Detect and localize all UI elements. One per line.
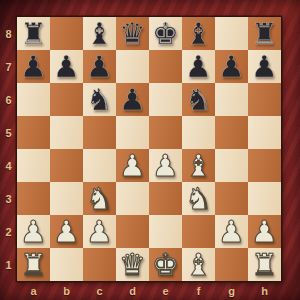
square-b4[interactable] <box>50 149 83 182</box>
square-a6[interactable] <box>17 83 50 116</box>
square-a3[interactable] <box>17 182 50 215</box>
file-label-d: d <box>116 281 149 300</box>
square-b5[interactable] <box>50 116 83 149</box>
square-c3[interactable]: ♞ <box>83 182 116 215</box>
square-f4[interactable]: ♝ <box>182 149 215 182</box>
piece-white-pawn-h2[interactable]: ♟ <box>251 215 278 248</box>
square-h8[interactable]: ♜ <box>248 17 281 50</box>
square-a1[interactable]: ♜ <box>17 248 50 281</box>
square-f3[interactable]: ♞ <box>182 182 215 215</box>
square-g5[interactable] <box>215 116 248 149</box>
piece-white-queen-d1[interactable]: ♛ <box>119 248 146 281</box>
square-h7[interactable]: ♟ <box>248 50 281 83</box>
square-a2[interactable]: ♟ <box>17 215 50 248</box>
square-f2[interactable] <box>182 215 215 248</box>
piece-black-bishop-c8[interactable]: ♝ <box>86 17 113 50</box>
piece-black-pawn-d6[interactable]: ♟ <box>119 83 146 116</box>
square-g2[interactable]: ♟ <box>215 215 248 248</box>
rank-label-4: 4 <box>0 149 17 182</box>
square-d3[interactable] <box>116 182 149 215</box>
file-label-f: f <box>182 281 215 300</box>
chess-diagram: 87654321 abcdefgh ♜♝♛♚♝♜♟♟♟♟♟♟♞♟♞♟♟♝♞♞♟♟… <box>0 0 300 300</box>
piece-white-pawn-d4[interactable]: ♟ <box>119 149 146 182</box>
square-b7[interactable]: ♟ <box>50 50 83 83</box>
file-label-g: g <box>215 281 248 300</box>
rank-label-5: 5 <box>0 116 17 149</box>
square-g6[interactable] <box>215 83 248 116</box>
square-h4[interactable] <box>248 149 281 182</box>
square-e2[interactable] <box>149 215 182 248</box>
square-a7[interactable]: ♟ <box>17 50 50 83</box>
square-e8[interactable]: ♚ <box>149 17 182 50</box>
square-d7[interactable] <box>116 50 149 83</box>
square-g1[interactable] <box>215 248 248 281</box>
square-c2[interactable]: ♟ <box>83 215 116 248</box>
square-g4[interactable] <box>215 149 248 182</box>
piece-white-pawn-b2[interactable]: ♟ <box>53 215 80 248</box>
square-c8[interactable]: ♝ <box>83 17 116 50</box>
square-a5[interactable] <box>17 116 50 149</box>
square-d5[interactable] <box>116 116 149 149</box>
piece-black-pawn-a7[interactable]: ♟ <box>20 50 47 83</box>
rank-label-6: 6 <box>0 83 17 116</box>
piece-black-bishop-f8[interactable]: ♝ <box>185 17 212 50</box>
square-h1[interactable]: ♜ <box>248 248 281 281</box>
piece-white-king-e1[interactable]: ♚ <box>152 248 179 281</box>
square-e3[interactable] <box>149 182 182 215</box>
piece-white-pawn-a2[interactable]: ♟ <box>20 215 47 248</box>
square-e6[interactable] <box>149 83 182 116</box>
square-f8[interactable]: ♝ <box>182 17 215 50</box>
square-d6[interactable]: ♟ <box>116 83 149 116</box>
rank-label-7: 7 <box>0 50 17 83</box>
square-h3[interactable] <box>248 182 281 215</box>
piece-black-knight-f6[interactable]: ♞ <box>185 83 212 116</box>
square-d2[interactable] <box>116 215 149 248</box>
file-label-b: b <box>50 281 83 300</box>
rank-label-2: 2 <box>0 215 17 248</box>
piece-white-pawn-e4[interactable]: ♟ <box>152 149 179 182</box>
square-f7[interactable]: ♟ <box>182 50 215 83</box>
piece-black-pawn-b7[interactable]: ♟ <box>53 50 80 83</box>
square-e1[interactable]: ♚ <box>149 248 182 281</box>
piece-white-rook-a1[interactable]: ♜ <box>20 248 47 281</box>
file-label-a: a <box>17 281 50 300</box>
square-a4[interactable] <box>17 149 50 182</box>
rank-label-8: 8 <box>0 17 17 50</box>
rank-labels: 87654321 <box>0 17 17 281</box>
square-d4[interactable]: ♟ <box>116 149 149 182</box>
square-e5[interactable] <box>149 116 182 149</box>
square-b3[interactable] <box>50 182 83 215</box>
square-h5[interactable] <box>248 116 281 149</box>
piece-white-pawn-g2[interactable]: ♟ <box>218 215 245 248</box>
piece-white-knight-f3[interactable]: ♞ <box>185 182 212 215</box>
piece-black-knight-c6[interactable]: ♞ <box>86 83 113 116</box>
square-e4[interactable]: ♟ <box>149 149 182 182</box>
file-label-e: e <box>149 281 182 300</box>
square-h6[interactable] <box>248 83 281 116</box>
piece-white-pawn-c2[interactable]: ♟ <box>86 215 113 248</box>
square-h2[interactable]: ♟ <box>248 215 281 248</box>
piece-black-pawn-g7[interactable]: ♟ <box>218 50 245 83</box>
rank-label-1: 1 <box>0 248 17 281</box>
square-f5[interactable] <box>182 116 215 149</box>
piece-black-rook-h8[interactable]: ♜ <box>251 17 278 50</box>
file-label-c: c <box>83 281 116 300</box>
piece-black-pawn-c7[interactable]: ♟ <box>86 50 113 83</box>
piece-white-bishop-f4[interactable]: ♝ <box>185 149 212 182</box>
piece-black-pawn-f7[interactable]: ♟ <box>185 50 212 83</box>
file-label-h: h <box>248 281 281 300</box>
square-g3[interactable] <box>215 182 248 215</box>
square-d8[interactable]: ♛ <box>116 17 149 50</box>
chess-board: ♜♝♛♚♝♜♟♟♟♟♟♟♞♟♞♟♟♝♞♞♟♟♟♟♟♜♛♚♝♜ <box>17 17 281 281</box>
square-d1[interactable]: ♛ <box>116 248 149 281</box>
square-b2[interactable]: ♟ <box>50 215 83 248</box>
square-b8[interactable] <box>50 17 83 50</box>
piece-white-bishop-f1[interactable]: ♝ <box>185 248 212 281</box>
square-e7[interactable] <box>149 50 182 83</box>
square-b6[interactable] <box>50 83 83 116</box>
rank-label-3: 3 <box>0 182 17 215</box>
square-a8[interactable]: ♜ <box>17 17 50 50</box>
piece-black-queen-d8[interactable]: ♛ <box>119 17 146 50</box>
square-b1[interactable] <box>50 248 83 281</box>
piece-white-knight-c3[interactable]: ♞ <box>86 182 113 215</box>
square-c4[interactable] <box>83 149 116 182</box>
square-c6[interactable]: ♞ <box>83 83 116 116</box>
piece-white-rook-h1[interactable]: ♜ <box>251 248 278 281</box>
file-labels: abcdefgh <box>17 281 281 300</box>
piece-black-pawn-h7[interactable]: ♟ <box>251 50 278 83</box>
piece-black-king-e8[interactable]: ♚ <box>152 17 179 50</box>
square-c7[interactable]: ♟ <box>83 50 116 83</box>
square-g8[interactable] <box>215 17 248 50</box>
square-f1[interactable]: ♝ <box>182 248 215 281</box>
square-c5[interactable] <box>83 116 116 149</box>
square-f6[interactable]: ♞ <box>182 83 215 116</box>
piece-black-rook-a8[interactable]: ♜ <box>20 17 47 50</box>
square-g7[interactable]: ♟ <box>215 50 248 83</box>
square-c1[interactable] <box>83 248 116 281</box>
